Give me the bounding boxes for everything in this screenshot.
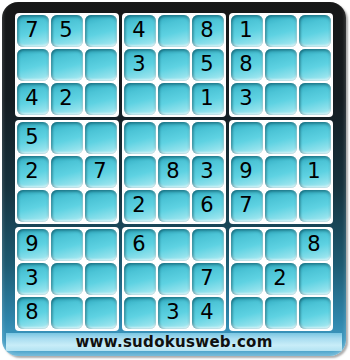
cell-r4c9[interactable] [299,122,331,154]
cell-r4c7[interactable] [231,122,263,154]
box-6: 917 [229,120,333,224]
cell-r9c4[interactable] [124,297,156,329]
cell-r6c5[interactable] [158,190,190,222]
cell-digit: 3 [200,161,213,182]
cell-r1c1[interactable]: 7 [17,15,49,47]
cell-r9c3[interactable] [85,297,117,329]
cell-digit: 7 [239,195,252,216]
cell-r9c2[interactable] [51,297,83,329]
cell-digit: 5 [59,20,72,41]
cell-r8c4[interactable] [124,263,156,295]
cell-digit: 3 [25,268,38,289]
cell-digit: 7 [25,20,38,41]
cell-digit: 5 [200,54,213,75]
cell-r3c4[interactable] [124,83,156,115]
cell-r9c9[interactable] [299,297,331,329]
cell-r8c6[interactable]: 7 [192,263,224,295]
box-5: 8326 [122,120,226,224]
cell-digit: 8 [25,302,38,323]
cell-r6c4[interactable]: 2 [124,190,156,222]
cell-digit: 1 [239,20,252,41]
cell-digit: 8 [239,54,252,75]
cell-r5c6[interactable]: 3 [192,156,224,188]
cell-digit: 3 [132,54,145,75]
cell-r6c3[interactable] [85,190,117,222]
cell-digit: 3 [166,302,179,323]
cell-r8c8[interactable]: 2 [265,263,297,295]
cell-r3c6[interactable]: 1 [192,83,224,115]
cell-r3c8[interactable] [265,83,297,115]
cell-r8c3[interactable] [85,263,117,295]
box-3: 183 [229,13,333,117]
cell-r4c1[interactable]: 5 [17,122,49,154]
cell-r6c7[interactable]: 7 [231,190,263,222]
cell-r4c6[interactable] [192,122,224,154]
cell-r1c4[interactable]: 4 [124,15,156,47]
cell-r3c9[interactable] [299,83,331,115]
cell-r1c3[interactable] [85,15,117,47]
cell-digit: 2 [132,195,145,216]
cell-r3c2[interactable]: 2 [51,83,83,115]
cell-digit: 7 [200,268,213,289]
cell-r2c1[interactable] [17,49,49,81]
cell-digit: 7 [93,161,106,182]
cell-r2c4[interactable]: 3 [124,49,156,81]
cell-r8c9[interactable] [299,263,331,295]
cell-r5c4[interactable] [124,156,156,188]
cell-digit: 6 [132,234,145,255]
cell-digit: 2 [273,268,286,289]
cell-r5c5[interactable]: 8 [158,156,190,188]
cell-r6c6[interactable]: 6 [192,190,224,222]
cell-digit: 4 [25,88,38,109]
box-8: 6734 [122,227,226,331]
cell-r4c8[interactable] [265,122,297,154]
cell-digit: 8 [166,161,179,182]
site-url: www.sudokusweb.com [75,333,272,351]
cell-r5c7[interactable]: 9 [231,156,263,188]
cell-r7c6[interactable] [192,229,224,261]
sudoku-board: 7542483511835278326917938673482 [15,13,333,331]
cell-r5c3[interactable]: 7 [85,156,117,188]
cell-digit: 1 [307,161,320,182]
cell-digit: 9 [239,161,252,182]
cell-r8c1[interactable]: 3 [17,263,49,295]
cell-r4c3[interactable] [85,122,117,154]
cell-r9c8[interactable] [265,297,297,329]
cell-r6c8[interactable] [265,190,297,222]
cell-r7c5[interactable] [158,229,190,261]
cell-r1c2[interactable]: 5 [51,15,83,47]
cell-r4c4[interactable] [124,122,156,154]
box-1: 7542 [15,13,119,117]
cell-r2c7[interactable]: 8 [231,49,263,81]
cell-digit: 1 [200,88,213,109]
cell-r2c9[interactable] [299,49,331,81]
cell-r7c2[interactable] [51,229,83,261]
cell-r7c1[interactable]: 9 [17,229,49,261]
cell-r1c9[interactable] [299,15,331,47]
cell-r9c6[interactable]: 4 [192,297,224,329]
box-7: 938 [15,227,119,331]
cell-digit: 2 [59,88,72,109]
box-4: 527 [15,120,119,224]
cell-r5c1[interactable]: 2 [17,156,49,188]
footer-strip: www.sudokusweb.com [6,333,342,351]
cell-r1c5[interactable] [158,15,190,47]
cell-r1c7[interactable]: 1 [231,15,263,47]
cell-digit: 9 [25,234,38,255]
cell-r1c8[interactable] [265,15,297,47]
cell-r8c2[interactable] [51,263,83,295]
cell-r9c7[interactable] [231,297,263,329]
cell-r4c2[interactable] [51,122,83,154]
cell-r4c5[interactable] [158,122,190,154]
cell-digit: 4 [132,20,145,41]
cell-r3c3[interactable] [85,83,117,115]
cell-digit: 8 [200,20,213,41]
cell-r9c1[interactable]: 8 [17,297,49,329]
cell-r2c5[interactable] [158,49,190,81]
cell-r5c8[interactable] [265,156,297,188]
cell-r7c7[interactable] [231,229,263,261]
cell-r3c7[interactable]: 3 [231,83,263,115]
cell-digit: 8 [307,234,320,255]
board-frame: 7542483511835278326917938673482 www.sudo… [2,2,346,356]
cell-digit: 6 [200,195,213,216]
cell-digit: 2 [25,161,38,182]
cell-r7c8[interactable] [265,229,297,261]
cell-r1c6[interactable]: 8 [192,15,224,47]
cell-r5c9[interactable]: 1 [299,156,331,188]
cell-r3c5[interactable] [158,83,190,115]
cell-r2c3[interactable] [85,49,117,81]
cell-digit: 5 [25,127,38,148]
cell-r9c5[interactable]: 3 [158,297,190,329]
cell-r2c8[interactable] [265,49,297,81]
cell-r7c3[interactable] [85,229,117,261]
cell-r6c9[interactable] [299,190,331,222]
cell-r8c5[interactable] [158,263,190,295]
cell-r5c2[interactable] [51,156,83,188]
box-2: 48351 [122,13,226,117]
box-9: 82 [229,227,333,331]
cell-r8c7[interactable] [231,263,263,295]
cell-r7c9[interactable]: 8 [299,229,331,261]
cell-r6c2[interactable] [51,190,83,222]
cell-r2c2[interactable] [51,49,83,81]
cell-r3c1[interactable]: 4 [17,83,49,115]
cell-r7c4[interactable]: 6 [124,229,156,261]
cell-digit: 4 [200,302,213,323]
cell-r2c6[interactable]: 5 [192,49,224,81]
cell-digit: 3 [239,88,252,109]
cell-r6c1[interactable] [17,190,49,222]
